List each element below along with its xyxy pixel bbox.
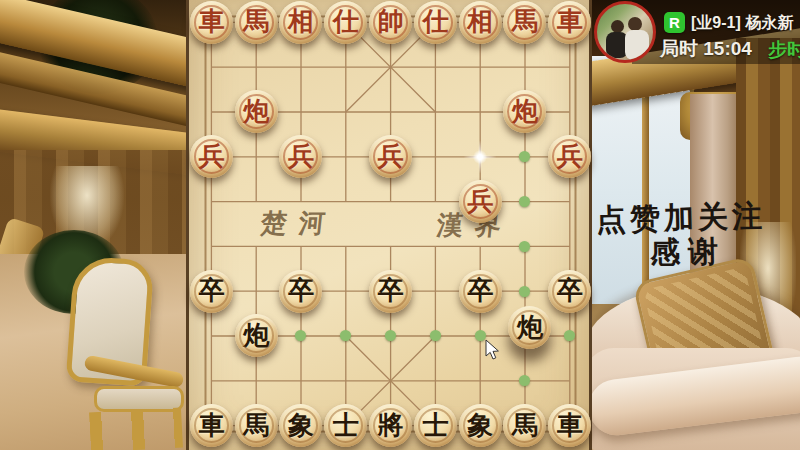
piece-black-馬[interactable]: 馬 (235, 404, 278, 447)
piece-black-將[interactable]: 將 (369, 404, 412, 447)
piece-red-帥[interactable]: 帥 (369, 1, 412, 44)
piece-red-兵[interactable]: 兵 (279, 135, 322, 178)
board-grid: 車馬相仕帥仕相馬車炮炮兵兵兵兵兵卒卒卒卒卒炮炮車馬象士將士象馬車 (189, 0, 592, 448)
piece-black-卒[interactable]: 卒 (279, 270, 322, 313)
move-hint-dot[interactable] (430, 330, 441, 341)
last-move-marker (463, 140, 497, 174)
player-name: [业9-1] 杨永新 (691, 13, 793, 34)
piece-red-仕[interactable]: 仕 (414, 1, 457, 44)
move-hint-dot[interactable] (519, 196, 530, 207)
piece-red-車[interactable]: 車 (190, 1, 233, 44)
game-clock: 局时 15:04 (660, 36, 752, 62)
piece-black-炮[interactable]: 炮 (235, 314, 278, 357)
piece-red-馬[interactable]: 馬 (235, 1, 278, 44)
piece-red-兵[interactable]: 兵 (369, 135, 412, 178)
piece-red-兵[interactable]: 兵 (459, 180, 502, 223)
piece-black-象[interactable]: 象 (279, 404, 322, 447)
palace-background-right: R [业9-1] 杨永新 局时 15:04 步时 点赞加关注 感谢 (592, 0, 800, 450)
piece-red-炮[interactable]: 炮 (235, 90, 278, 133)
stream-frame: 楚河 漢界 車馬相仕帥仕相馬車炮炮兵兵兵兵兵卒卒卒卒卒炮炮車馬象士將士象馬車 R… (0, 0, 800, 450)
piece-black-卒[interactable]: 卒 (369, 270, 412, 313)
piece-black-馬[interactable]: 馬 (503, 404, 546, 447)
piece-black-卒[interactable]: 卒 (548, 270, 591, 313)
move-hint-dot[interactable] (295, 330, 306, 341)
rank-badge: R (664, 12, 685, 33)
piece-black-車[interactable]: 車 (190, 404, 233, 447)
piece-black-車[interactable]: 車 (548, 404, 591, 447)
cta-text-line2: 感谢 (650, 231, 727, 273)
palace-background-left (0, 0, 186, 450)
piece-black-士[interactable]: 士 (324, 404, 367, 447)
piece-red-兵[interactable]: 兵 (548, 135, 591, 178)
piece-red-馬[interactable]: 馬 (503, 1, 546, 44)
move-hint-dot[interactable] (519, 151, 530, 162)
move-hint-dot[interactable] (519, 286, 530, 297)
piece-red-相[interactable]: 相 (279, 1, 322, 44)
piece-red-車[interactable]: 車 (548, 1, 591, 44)
piece-black-炮[interactable]: 炮 (508, 306, 551, 349)
move-hint-dot[interactable] (564, 330, 575, 341)
piece-red-兵[interactable]: 兵 (190, 135, 233, 178)
move-hint-dot[interactable] (519, 241, 530, 252)
step-clock-label: 步时 (768, 37, 800, 63)
piece-black-象[interactable]: 象 (459, 404, 502, 447)
avatar-person (628, 17, 642, 31)
piece-red-炮[interactable]: 炮 (503, 90, 546, 133)
streamer-avatar[interactable] (594, 1, 656, 63)
move-hint-dot[interactable] (385, 330, 396, 341)
piece-black-士[interactable]: 士 (414, 404, 457, 447)
mouse-cursor (485, 339, 501, 361)
xiangqi-board[interactable]: 楚河 漢界 車馬相仕帥仕相馬車炮炮兵兵兵兵兵卒卒卒卒卒炮炮車馬象士將士象馬車 (186, 0, 592, 450)
gilded-chair-legs (89, 408, 183, 450)
piece-black-卒[interactable]: 卒 (459, 270, 502, 313)
piece-black-卒[interactable]: 卒 (190, 270, 233, 313)
move-hint-dot[interactable] (340, 330, 351, 341)
piece-red-仕[interactable]: 仕 (324, 1, 367, 44)
move-hint-dot[interactable] (519, 375, 530, 386)
piece-red-相[interactable]: 相 (459, 1, 502, 44)
